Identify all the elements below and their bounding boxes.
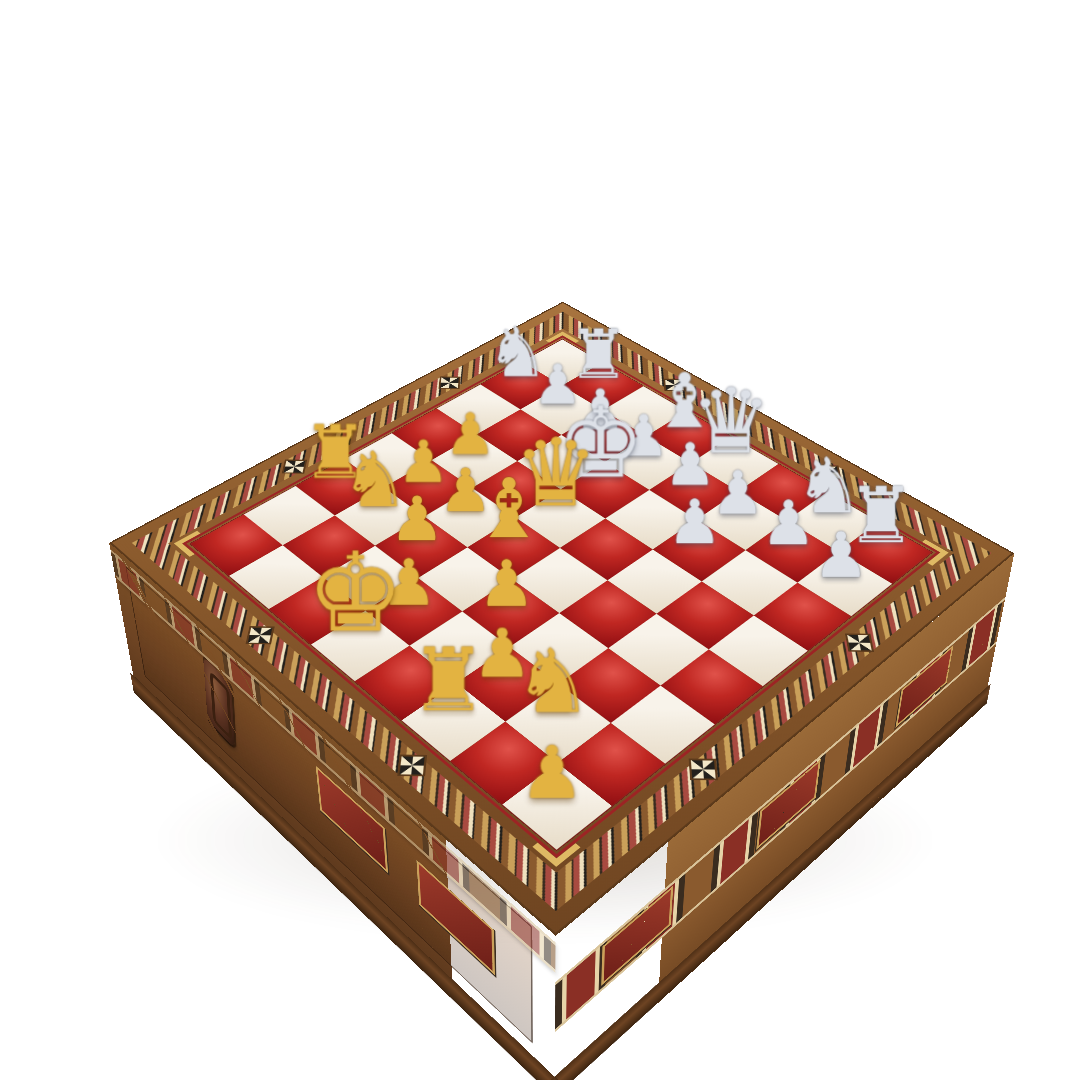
king-glyph: ♚ [280,538,430,648]
red-marquetry-panel [895,645,953,728]
knight-glyph: ♞ [474,637,632,725]
pawn-glyph: ♟ [433,551,580,615]
product-photo-scene: ♜♝♛♞♜♞♟♟♟♟♟♟♟♚♟♟♛♟♟♝♜♞♟♟♟♟♞♚♜♟ Luxury wo… [0,0,1080,1080]
pawn-glyph: ♟ [468,736,635,809]
bishop-glyph: ♝ [439,468,579,550]
pawn-glyph: ♟ [769,523,913,586]
